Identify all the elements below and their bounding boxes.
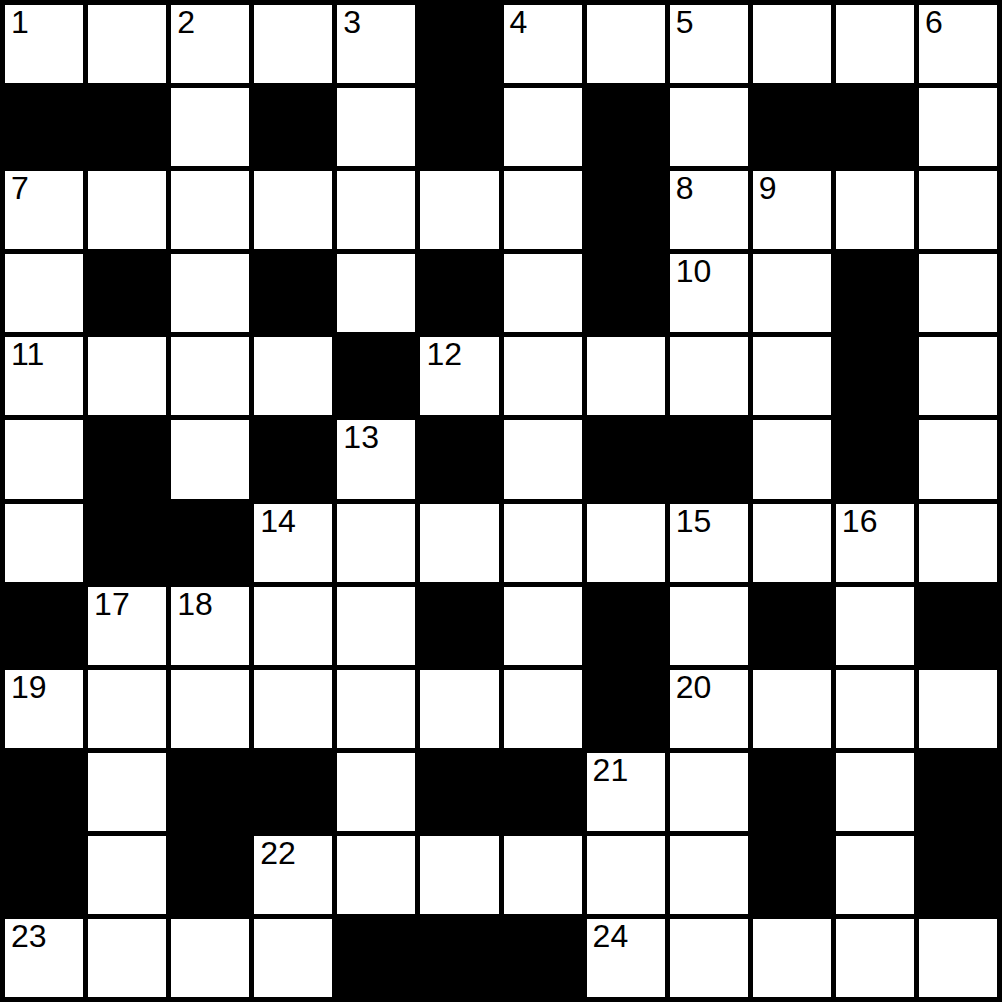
block-cell-r0c5 <box>420 5 498 83</box>
clue-number-13: 13 <box>343 421 379 455</box>
clue-number-8: 8 <box>676 172 694 206</box>
cell-r2c2[interactable] <box>171 171 249 249</box>
block-cell-r3c7 <box>587 254 665 332</box>
cell-r6c8[interactable]: 15 <box>670 504 748 582</box>
block-cell-r1c1 <box>88 88 166 166</box>
clue-number-2: 2 <box>177 6 195 40</box>
cell-r4c3[interactable] <box>254 337 332 415</box>
clue-number-22: 22 <box>260 837 296 871</box>
cell-r11c8[interactable] <box>670 919 748 997</box>
cell-r0c7[interactable] <box>587 5 665 83</box>
cell-r10c3[interactable]: 22 <box>254 836 332 914</box>
cell-r7c3[interactable] <box>254 587 332 665</box>
clue-number-15: 15 <box>676 505 712 539</box>
block-cell-r10c2 <box>171 836 249 914</box>
block-cell-r7c9 <box>753 587 831 665</box>
cell-r7c6[interactable] <box>504 587 582 665</box>
clue-number-14: 14 <box>260 505 296 539</box>
cell-r5c4[interactable]: 13 <box>337 420 415 498</box>
cell-r0c6[interactable]: 4 <box>504 5 582 83</box>
cell-r10c7[interactable] <box>587 836 665 914</box>
block-cell-r10c11 <box>919 836 997 914</box>
block-cell-r2c7 <box>587 171 665 249</box>
cell-r3c9[interactable] <box>753 254 831 332</box>
block-cell-r6c2 <box>171 504 249 582</box>
cell-r4c2[interactable] <box>171 337 249 415</box>
block-cell-r4c4 <box>337 337 415 415</box>
cell-r4c9[interactable] <box>753 337 831 415</box>
block-cell-r3c5 <box>420 254 498 332</box>
cell-r8c1[interactable] <box>88 670 166 748</box>
clue-number-7: 7 <box>11 172 29 206</box>
cell-r8c5[interactable] <box>420 670 498 748</box>
block-cell-r1c9 <box>753 88 831 166</box>
block-cell-r9c0 <box>5 753 83 831</box>
cell-r3c11[interactable] <box>919 254 997 332</box>
clue-number-3: 3 <box>343 6 361 40</box>
clue-number-21: 21 <box>593 754 629 788</box>
block-cell-r7c5 <box>420 587 498 665</box>
block-cell-r11c5 <box>420 919 498 997</box>
block-cell-r5c8 <box>670 420 748 498</box>
cell-r4c1[interactable] <box>88 337 166 415</box>
block-cell-r4c10 <box>836 337 914 415</box>
block-cell-r10c0 <box>5 836 83 914</box>
cell-r7c10[interactable] <box>836 587 914 665</box>
block-cell-r9c6 <box>504 753 582 831</box>
cell-r10c1[interactable] <box>88 836 166 914</box>
clue-number-6: 6 <box>925 6 943 40</box>
cell-r0c1[interactable] <box>88 5 166 83</box>
block-cell-r10c9 <box>753 836 831 914</box>
block-cell-r5c5 <box>420 420 498 498</box>
cell-r6c11[interactable] <box>919 504 997 582</box>
cell-r8c8[interactable]: 20 <box>670 670 748 748</box>
block-cell-r6c1 <box>88 504 166 582</box>
clue-number-5: 5 <box>676 6 694 40</box>
cell-r6c6[interactable] <box>504 504 582 582</box>
cell-r1c11[interactable] <box>919 88 997 166</box>
clue-number-23: 23 <box>11 920 47 954</box>
cell-r11c2[interactable] <box>171 919 249 997</box>
clue-number-16: 16 <box>842 505 878 539</box>
cell-r11c7[interactable]: 24 <box>587 919 665 997</box>
block-cell-r3c10 <box>836 254 914 332</box>
cell-r7c4[interactable] <box>337 587 415 665</box>
block-cell-r1c0 <box>5 88 83 166</box>
cell-r2c9[interactable]: 9 <box>753 171 831 249</box>
clue-number-11: 11 <box>11 338 44 372</box>
cell-r2c0[interactable]: 7 <box>5 171 83 249</box>
cell-r6c5[interactable] <box>420 504 498 582</box>
cell-r10c6[interactable] <box>504 836 582 914</box>
cell-r0c11[interactable]: 6 <box>919 5 997 83</box>
cell-r2c4[interactable] <box>337 171 415 249</box>
cell-r6c10[interactable]: 16 <box>836 504 914 582</box>
cell-r2c3[interactable] <box>254 171 332 249</box>
clue-number-24: 24 <box>593 920 629 954</box>
cell-r9c7[interactable]: 21 <box>587 753 665 831</box>
cell-r2c5[interactable] <box>420 171 498 249</box>
cell-r2c10[interactable] <box>836 171 914 249</box>
cell-r0c2[interactable]: 2 <box>171 5 249 83</box>
cell-r10c10[interactable] <box>836 836 914 914</box>
cell-r8c9[interactable] <box>753 670 831 748</box>
block-cell-r5c7 <box>587 420 665 498</box>
block-cell-r1c7 <box>587 88 665 166</box>
cell-r3c6[interactable] <box>504 254 582 332</box>
cell-r10c8[interactable] <box>670 836 748 914</box>
cell-r2c6[interactable] <box>504 171 582 249</box>
clue-number-9: 9 <box>759 172 777 206</box>
cell-r9c1[interactable] <box>88 753 166 831</box>
cell-r11c11[interactable] <box>919 919 997 997</box>
cell-r8c0[interactable]: 19 <box>5 670 83 748</box>
block-cell-r1c10 <box>836 88 914 166</box>
cell-r0c0[interactable]: 1 <box>5 5 83 83</box>
cell-r11c3[interactable] <box>254 919 332 997</box>
cell-r9c8[interactable] <box>670 753 748 831</box>
cell-r6c9[interactable] <box>753 504 831 582</box>
cell-r0c4[interactable]: 3 <box>337 5 415 83</box>
cell-r6c3[interactable]: 14 <box>254 504 332 582</box>
clue-number-17: 17 <box>94 588 130 622</box>
cell-r1c8[interactable] <box>670 88 748 166</box>
block-cell-r1c5 <box>420 88 498 166</box>
cell-r4c8[interactable] <box>670 337 748 415</box>
clue-number-4: 4 <box>510 6 528 40</box>
block-cell-r5c1 <box>88 420 166 498</box>
cell-r8c11[interactable] <box>919 670 997 748</box>
block-cell-r5c3 <box>254 420 332 498</box>
cell-r5c2[interactable] <box>171 420 249 498</box>
cell-r4c6[interactable] <box>504 337 582 415</box>
cell-r5c0[interactable] <box>5 420 83 498</box>
crossword-grid: 123456789101112131415161718192021222324 <box>0 0 1002 1002</box>
block-cell-r3c1 <box>88 254 166 332</box>
cell-r11c10[interactable] <box>836 919 914 997</box>
cell-r9c10[interactable] <box>836 753 914 831</box>
cell-r8c2[interactable] <box>171 670 249 748</box>
cell-r5c9[interactable] <box>753 420 831 498</box>
cell-r2c8[interactable]: 8 <box>670 171 748 249</box>
cell-r6c0[interactable] <box>5 504 83 582</box>
cell-r9c4[interactable] <box>337 753 415 831</box>
cell-r6c7[interactable] <box>587 504 665 582</box>
clue-number-20: 20 <box>676 671 712 705</box>
block-cell-r8c7 <box>587 670 665 748</box>
cell-r2c11[interactable] <box>919 171 997 249</box>
cell-r2c1[interactable] <box>88 171 166 249</box>
block-cell-r11c4 <box>337 919 415 997</box>
clue-number-18: 18 <box>177 588 213 622</box>
cell-r1c4[interactable] <box>337 88 415 166</box>
cell-r3c2[interactable] <box>171 254 249 332</box>
cell-r0c8[interactable]: 5 <box>670 5 748 83</box>
cell-r7c8[interactable] <box>670 587 748 665</box>
clue-number-10: 10 <box>676 255 712 289</box>
block-cell-r9c9 <box>753 753 831 831</box>
cell-r11c9[interactable] <box>753 919 831 997</box>
cell-r4c11[interactable] <box>919 337 997 415</box>
cell-r4c7[interactable] <box>587 337 665 415</box>
block-cell-r3c3 <box>254 254 332 332</box>
cell-r0c10[interactable] <box>836 5 914 83</box>
cell-r7c1[interactable]: 17 <box>88 587 166 665</box>
block-cell-r11c6 <box>504 919 582 997</box>
cell-r0c3[interactable] <box>254 5 332 83</box>
cell-r8c6[interactable] <box>504 670 582 748</box>
block-cell-r7c0 <box>5 587 83 665</box>
clue-number-19: 19 <box>11 671 47 705</box>
clue-number-1: 1 <box>11 6 29 40</box>
crossword-board: 123456789101112131415161718192021222324 <box>0 0 1002 1002</box>
block-cell-r5c10 <box>836 420 914 498</box>
cell-r8c10[interactable] <box>836 670 914 748</box>
block-cell-r9c2 <box>171 753 249 831</box>
block-cell-r7c7 <box>587 587 665 665</box>
cell-r11c1[interactable] <box>88 919 166 997</box>
cell-r1c2[interactable] <box>171 88 249 166</box>
cell-r3c8[interactable]: 10 <box>670 254 748 332</box>
cell-r11c0[interactable]: 23 <box>5 919 83 997</box>
cell-r10c5[interactable] <box>420 836 498 914</box>
cell-r6c4[interactable] <box>337 504 415 582</box>
cell-r5c11[interactable] <box>919 420 997 498</box>
cell-r3c0[interactable] <box>5 254 83 332</box>
block-cell-r9c5 <box>420 753 498 831</box>
cell-r7c2[interactable]: 18 <box>171 587 249 665</box>
block-cell-r9c11 <box>919 753 997 831</box>
cell-r4c5[interactable]: 12 <box>420 337 498 415</box>
cell-r5c6[interactable] <box>504 420 582 498</box>
block-cell-r1c3 <box>254 88 332 166</box>
cell-r4c0[interactable]: 11 <box>5 337 83 415</box>
block-cell-r7c11 <box>919 587 997 665</box>
cell-r1c6[interactable] <box>504 88 582 166</box>
cell-r8c4[interactable] <box>337 670 415 748</box>
cell-r0c9[interactable] <box>753 5 831 83</box>
cell-r8c3[interactable] <box>254 670 332 748</box>
cell-r10c4[interactable] <box>337 836 415 914</box>
block-cell-r9c3 <box>254 753 332 831</box>
cell-r3c4[interactable] <box>337 254 415 332</box>
clue-number-12: 12 <box>426 338 462 372</box>
